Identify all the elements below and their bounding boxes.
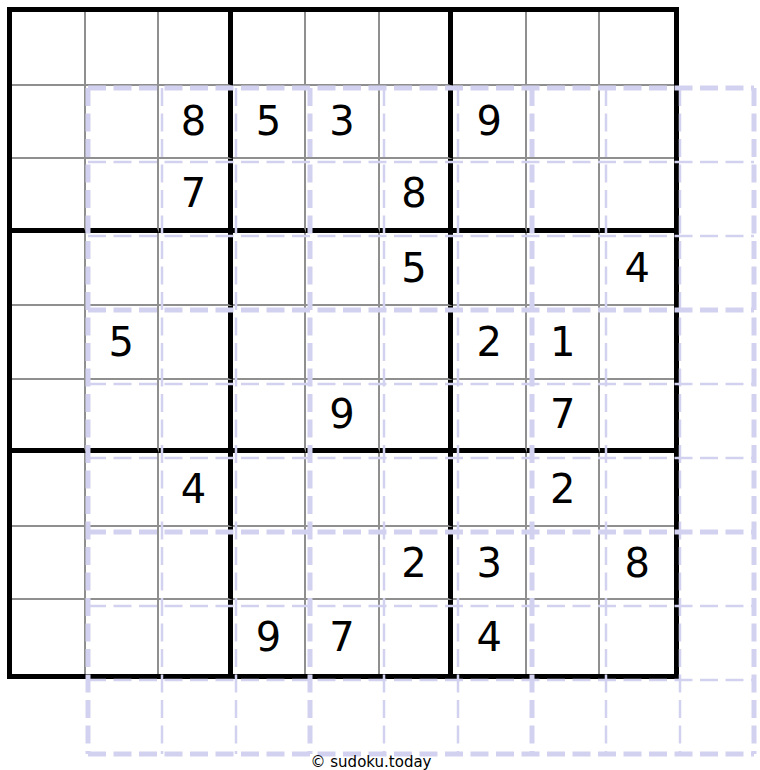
cell-r9c3[interactable] — [159, 600, 233, 674]
cell-r8c8[interactable] — [527, 527, 601, 601]
cell-r6c3[interactable] — [159, 380, 233, 454]
cell-r4c3[interactable] — [159, 233, 233, 307]
cell-r3c7[interactable] — [453, 159, 527, 233]
cell-r4c2[interactable] — [86, 233, 160, 307]
cell-r9c5[interactable]: 7 — [306, 600, 380, 674]
cell-r8c6[interactable]: 2 — [380, 527, 454, 601]
cell-r9c8[interactable] — [527, 600, 601, 674]
cell-r1c2[interactable] — [86, 12, 160, 86]
cell-r7c6[interactable] — [380, 453, 454, 527]
cell-r9c6[interactable] — [380, 600, 454, 674]
cell-r9c4[interactable]: 9 — [233, 600, 307, 674]
cell-r2c7[interactable]: 9 — [453, 86, 527, 160]
cell-r2c1[interactable] — [12, 86, 86, 160]
cell-r8c9[interactable]: 8 — [600, 527, 674, 601]
cell-r5c9[interactable] — [600, 306, 674, 380]
cell-r5c3[interactable] — [159, 306, 233, 380]
cell-r4c8[interactable] — [527, 233, 601, 307]
cell-r7c7[interactable] — [453, 453, 527, 527]
cell-r2c2[interactable] — [86, 86, 160, 160]
cell-r9c1[interactable] — [12, 600, 86, 674]
cell-r6c8[interactable]: 7 — [527, 380, 601, 454]
cell-r3c8[interactable] — [527, 159, 601, 233]
sudoku-page: 853978545219742238974 © sudoku.today — [0, 0, 760, 770]
cell-r7c1[interactable] — [12, 453, 86, 527]
cell-r5c4[interactable] — [233, 306, 307, 380]
cell-r7c8[interactable]: 2 — [527, 453, 601, 527]
cell-r4c6[interactable]: 5 — [380, 233, 454, 307]
cell-r5c7[interactable]: 2 — [453, 306, 527, 380]
copyright-text: © sudoku.today — [0, 753, 742, 770]
cell-r7c2[interactable] — [86, 453, 160, 527]
cell-r9c7[interactable]: 4 — [453, 600, 527, 674]
cell-r6c9[interactable] — [600, 380, 674, 454]
cell-r1c3[interactable] — [159, 12, 233, 86]
cell-r6c7[interactable] — [453, 380, 527, 454]
cell-r3c3[interactable]: 7 — [159, 159, 233, 233]
cell-r3c2[interactable] — [86, 159, 160, 233]
cell-r9c2[interactable] — [86, 600, 160, 674]
cell-r7c4[interactable] — [233, 453, 307, 527]
cell-r7c5[interactable] — [306, 453, 380, 527]
cell-r5c2[interactable]: 5 — [86, 306, 160, 380]
cell-r5c5[interactable] — [306, 306, 380, 380]
cell-r1c5[interactable] — [306, 12, 380, 86]
cell-r6c1[interactable] — [12, 380, 86, 454]
cell-r1c1[interactable] — [12, 12, 86, 86]
cell-r4c7[interactable] — [453, 233, 527, 307]
cell-r3c5[interactable] — [306, 159, 380, 233]
cell-r1c9[interactable] — [600, 12, 674, 86]
cell-r3c1[interactable] — [12, 159, 86, 233]
cell-r4c9[interactable]: 4 — [600, 233, 674, 307]
cell-r8c7[interactable]: 3 — [453, 527, 527, 601]
cell-r7c3[interactable]: 4 — [159, 453, 233, 527]
cell-r1c7[interactable] — [453, 12, 527, 86]
cell-r8c2[interactable] — [86, 527, 160, 601]
cell-r9c9[interactable] — [600, 600, 674, 674]
cell-r6c6[interactable] — [380, 380, 454, 454]
cell-r1c8[interactable] — [527, 12, 601, 86]
cell-r2c8[interactable] — [527, 86, 601, 160]
cell-r2c6[interactable] — [380, 86, 454, 160]
cell-r2c5[interactable]: 3 — [306, 86, 380, 160]
cell-r8c1[interactable] — [12, 527, 86, 601]
cell-r4c1[interactable] — [12, 233, 86, 307]
cell-r6c5[interactable]: 9 — [306, 380, 380, 454]
cell-r5c1[interactable] — [12, 306, 86, 380]
cell-r3c6[interactable]: 8 — [380, 159, 454, 233]
cell-r8c5[interactable] — [306, 527, 380, 601]
sudoku-grid: 853978545219742238974 — [7, 7, 679, 679]
cell-r1c4[interactable] — [233, 12, 307, 86]
cell-r8c4[interactable] — [233, 527, 307, 601]
cell-r2c4[interactable]: 5 — [233, 86, 307, 160]
cell-r5c8[interactable]: 1 — [527, 306, 601, 380]
cell-r4c4[interactable] — [233, 233, 307, 307]
cell-r5c6[interactable] — [380, 306, 454, 380]
cell-r8c3[interactable] — [159, 527, 233, 601]
cell-r2c9[interactable] — [600, 86, 674, 160]
cell-r3c9[interactable] — [600, 159, 674, 233]
cell-r3c4[interactable] — [233, 159, 307, 233]
cell-r6c4[interactable] — [233, 380, 307, 454]
cell-r1c6[interactable] — [380, 12, 454, 86]
cell-r2c3[interactable]: 8 — [159, 86, 233, 160]
cell-r7c9[interactable] — [600, 453, 674, 527]
cell-r6c2[interactable] — [86, 380, 160, 454]
cell-r4c5[interactable] — [306, 233, 380, 307]
